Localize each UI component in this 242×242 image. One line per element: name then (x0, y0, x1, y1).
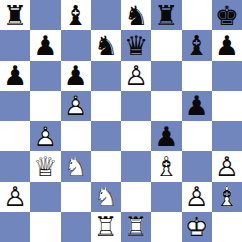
piece-glyph: ♞ (124, 2, 148, 29)
black-pawn-c6[interactable]: ♟ (61, 61, 91, 91)
square-h2[interactable]: ♝♗ (212, 182, 242, 212)
square-h8[interactable]: ♚ (212, 0, 242, 30)
piece-glyph: ♛ (124, 32, 148, 59)
square-e8[interactable]: ♞ (121, 0, 151, 30)
square-h4[interactable] (212, 121, 242, 151)
piece-glyph: ♚ (215, 2, 239, 29)
white-pawn-c5[interactable]: ♟♙ (61, 91, 91, 121)
square-d6[interactable] (91, 61, 121, 91)
black-pawn-b7[interactable]: ♟ (30, 30, 60, 60)
white-bishop-h2[interactable]: ♝♗ (212, 182, 242, 212)
piece-outline: ♖ (124, 213, 148, 240)
black-king-h8[interactable]: ♚ (212, 0, 242, 30)
square-a2[interactable]: ♟♙ (0, 182, 30, 212)
white-rook-d1[interactable]: ♜♖ (91, 212, 121, 242)
black-knight-d7[interactable]: ♞ (91, 30, 121, 60)
square-a4[interactable] (0, 121, 30, 151)
square-a1[interactable] (0, 212, 30, 242)
piece-outline: ♙ (3, 183, 27, 210)
white-pawn-g2[interactable]: ♟♙ (182, 182, 212, 212)
square-a5[interactable] (0, 91, 30, 121)
square-g8[interactable] (182, 0, 212, 30)
square-d2[interactable]: ♞♘ (91, 182, 121, 212)
square-d1[interactable]: ♜♖ (91, 212, 121, 242)
square-a6[interactable]: ♟ (0, 61, 30, 91)
black-bishop-g7[interactable]: ♝ (182, 30, 212, 60)
square-f4[interactable]: ♟ (151, 121, 181, 151)
square-h3[interactable]: ♟♙ (212, 151, 242, 181)
black-pawn-g5[interactable]: ♟ (182, 91, 212, 121)
square-f3[interactable]: ♝♗ (151, 151, 181, 181)
piece-glyph: ♞ (94, 32, 118, 59)
piece-glyph: ♟ (33, 32, 57, 59)
square-d7[interactable]: ♞ (91, 30, 121, 60)
square-g5[interactable]: ♟ (182, 91, 212, 121)
square-c7[interactable] (61, 30, 91, 60)
square-h1[interactable] (212, 212, 242, 242)
square-f6[interactable] (151, 61, 181, 91)
piece-outline: ♔ (185, 213, 209, 240)
chess-board: ♜♝♞♜♚♟♞♛♝♟♟♟♟♙♟♙♟♟♙♟♛♕♞♘♝♗♟♙♟♙♞♘♟♙♝♗♜♖♜♖… (0, 0, 242, 242)
square-c4[interactable] (61, 121, 91, 151)
square-h7[interactable]: ♟ (212, 30, 242, 60)
black-pawn-f4[interactable]: ♟ (151, 121, 181, 151)
square-e1[interactable]: ♜♖ (121, 212, 151, 242)
white-pawn-e6[interactable]: ♟♙ (121, 61, 151, 91)
square-e4[interactable] (121, 121, 151, 151)
piece-outline: ♖ (94, 213, 118, 240)
piece-glyph: ♜ (3, 2, 27, 29)
piece-outline: ♘ (94, 183, 118, 210)
piece-glyph: ♜ (154, 2, 178, 29)
black-pawn-a6[interactable]: ♟ (0, 61, 30, 91)
white-knight-c3[interactable]: ♞♘ (61, 151, 91, 181)
square-c2[interactable] (61, 182, 91, 212)
white-knight-d2[interactable]: ♞♘ (91, 182, 121, 212)
piece-outline: ♘ (64, 153, 88, 180)
square-c6[interactable]: ♟ (61, 61, 91, 91)
square-f8[interactable]: ♜ (151, 0, 181, 30)
black-bishop-c8[interactable]: ♝ (61, 0, 91, 30)
square-b1[interactable] (30, 212, 60, 242)
piece-glyph: ♟ (64, 62, 88, 89)
white-pawn-h3[interactable]: ♟♙ (212, 151, 242, 181)
square-b8[interactable] (30, 0, 60, 30)
white-bishop-f3[interactable]: ♝♗ (151, 151, 181, 181)
white-king-g1[interactable]: ♚♔ (182, 212, 212, 242)
square-d5[interactable] (91, 91, 121, 121)
square-e2[interactable] (121, 182, 151, 212)
black-knight-e8[interactable]: ♞ (121, 0, 151, 30)
square-f1[interactable] (151, 212, 181, 242)
piece-outline: ♗ (215, 183, 239, 210)
white-pawn-a2[interactable]: ♟♙ (0, 182, 30, 212)
square-f5[interactable] (151, 91, 181, 121)
square-b4[interactable]: ♟♙ (30, 121, 60, 151)
piece-glyph: ♟ (215, 32, 239, 59)
black-rook-f8[interactable]: ♜ (151, 0, 181, 30)
square-b3[interactable]: ♛♕ (30, 151, 60, 181)
piece-outline: ♙ (64, 92, 88, 119)
square-e6[interactable]: ♟♙ (121, 61, 151, 91)
square-b5[interactable] (30, 91, 60, 121)
square-b7[interactable]: ♟ (30, 30, 60, 60)
square-a3[interactable] (0, 151, 30, 181)
square-d3[interactable] (91, 151, 121, 181)
white-rook-e1[interactable]: ♜♖ (121, 212, 151, 242)
square-c1[interactable] (61, 212, 91, 242)
square-g6[interactable] (182, 61, 212, 91)
square-g4[interactable] (182, 121, 212, 151)
black-pawn-h7[interactable]: ♟ (212, 30, 242, 60)
piece-outline: ♙ (33, 123, 57, 150)
square-c5[interactable]: ♟♙ (61, 91, 91, 121)
piece-glyph: ♟ (185, 92, 209, 119)
square-c8[interactable]: ♝ (61, 0, 91, 30)
square-g1[interactable]: ♚♔ (182, 212, 212, 242)
piece-glyph: ♝ (64, 2, 88, 29)
piece-outline: ♙ (185, 183, 209, 210)
white-pawn-b4[interactable]: ♟♙ (30, 121, 60, 151)
square-f7[interactable] (151, 30, 181, 60)
piece-outline: ♙ (215, 153, 239, 180)
square-e5[interactable] (121, 91, 151, 121)
piece-glyph: ♝ (185, 32, 209, 59)
square-h5[interactable] (212, 91, 242, 121)
square-e7[interactable]: ♛ (121, 30, 151, 60)
square-g3[interactable] (182, 151, 212, 181)
square-b2[interactable] (30, 182, 60, 212)
black-queen-e7[interactable]: ♛ (121, 30, 151, 60)
piece-outline: ♕ (33, 153, 57, 180)
square-a8[interactable]: ♜ (0, 0, 30, 30)
piece-outline: ♙ (124, 62, 148, 89)
square-h6[interactable] (212, 61, 242, 91)
square-e3[interactable] (121, 151, 151, 181)
piece-glyph: ♟ (3, 62, 27, 89)
piece-outline: ♗ (154, 153, 178, 180)
square-f2[interactable] (151, 182, 181, 212)
square-c3[interactable]: ♞♘ (61, 151, 91, 181)
piece-glyph: ♟ (154, 123, 178, 150)
square-g2[interactable]: ♟♙ (182, 182, 212, 212)
white-queen-b3[interactable]: ♛♕ (30, 151, 60, 181)
black-rook-a8[interactable]: ♜ (0, 0, 30, 30)
square-d4[interactable] (91, 121, 121, 151)
square-g7[interactable]: ♝ (182, 30, 212, 60)
square-d8[interactable] (91, 0, 121, 30)
square-a7[interactable] (0, 30, 30, 60)
square-b6[interactable] (30, 61, 60, 91)
